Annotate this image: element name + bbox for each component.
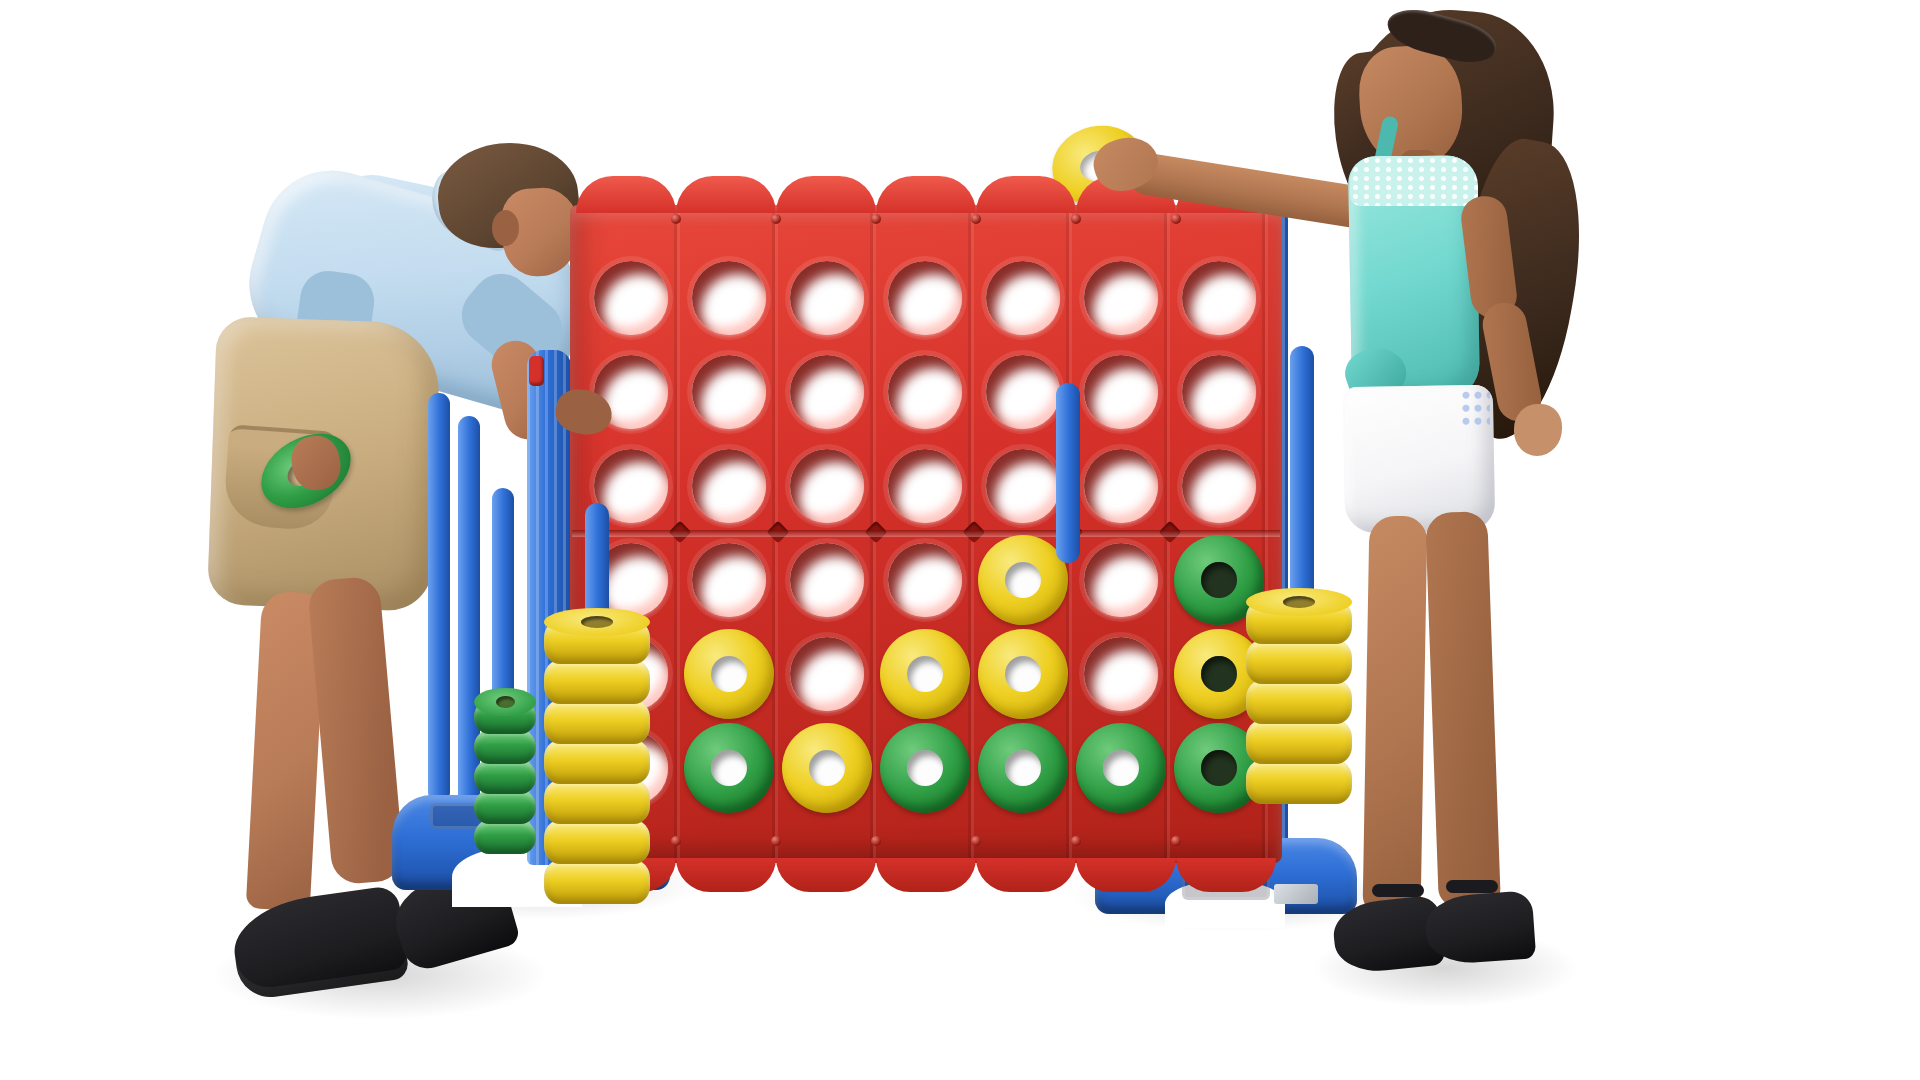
disc-green [684, 723, 774, 813]
cell-r5c1 [582, 627, 680, 721]
boy-held-disc[interactable] [248, 418, 364, 523]
hole [790, 449, 864, 523]
hole [888, 449, 962, 523]
board-scallop-top [676, 176, 776, 213]
girl-left-leg [1363, 516, 1428, 915]
cell-r5c2 [680, 627, 778, 721]
cell-r1c7 [1170, 251, 1268, 345]
disc-center-hole [711, 750, 747, 786]
disc-green [1174, 535, 1264, 625]
cell-r6c5 [974, 721, 1072, 815]
storage-peg-right [1290, 346, 1314, 608]
hole [888, 543, 962, 617]
boy-shoulder [322, 167, 488, 291]
storage-peg-green-stack [492, 488, 514, 713]
girl-shorts-pattern [1460, 390, 1490, 430]
screw-hole [1171, 836, 1181, 846]
girl-neck [1400, 150, 1438, 194]
board-scallop-top [876, 176, 976, 213]
scene: Two children play a giant Connect Four s… [0, 0, 1920, 1080]
cell-r3c7 [1170, 439, 1268, 533]
disc-yellow [978, 629, 1068, 719]
hole [692, 261, 766, 335]
disc-yellow [782, 723, 872, 813]
board-scallop-bottom [976, 858, 1076, 892]
hole [1182, 261, 1256, 335]
embossed-logo [430, 803, 492, 829]
board-scallop-top [1076, 176, 1176, 213]
hole [888, 261, 962, 335]
board-scallop-bottom [876, 858, 976, 892]
cell-r4c7 [1170, 533, 1268, 627]
screw-hole [771, 214, 781, 224]
cell-r6c4 [876, 721, 974, 815]
screw-hole [671, 214, 681, 224]
board-grid [582, 251, 1268, 815]
disc-center-hole [1005, 750, 1041, 786]
cell-r2c7 [1170, 345, 1268, 439]
boy-left-sleeve [292, 267, 378, 364]
hole [790, 261, 864, 335]
hole [888, 355, 962, 429]
girl-ankle-strap [1446, 880, 1498, 893]
girl-headband [1383, 2, 1502, 70]
disc-center-hole [1005, 656, 1041, 692]
hole [594, 637, 668, 711]
hole [790, 637, 864, 711]
cell-r5c4 [876, 627, 974, 721]
cell-r3c6 [1072, 439, 1170, 533]
board-scallop-bottom [776, 858, 876, 892]
girl-hair-front [1325, 48, 1422, 227]
cell-r3c2 [680, 439, 778, 533]
disc-center-hole [1103, 750, 1139, 786]
cell-r6c2 [680, 721, 778, 815]
disc-yellow [978, 535, 1068, 625]
cell-r2c3 [778, 345, 876, 439]
disc-center-hole [282, 450, 330, 493]
disc-green [880, 723, 970, 813]
hole [986, 355, 1060, 429]
cell-r6c1 [582, 721, 680, 815]
disc-yellow [684, 629, 774, 719]
cell-r5c7 [1170, 627, 1268, 721]
shadow [1310, 928, 1580, 1008]
girl-hair-side [1437, 133, 1599, 448]
girl-right-forearm [1479, 299, 1545, 425]
disc-center-hole [907, 750, 943, 786]
hole [594, 261, 668, 335]
girl-strap [1373, 115, 1400, 171]
cell-r1c1 [582, 251, 680, 345]
screw-hole [871, 836, 881, 846]
storage-peg-back-left-2 [458, 416, 480, 812]
hole [986, 261, 1060, 335]
storage-peg-front-right [1056, 383, 1080, 563]
disc-center-hole [1005, 562, 1041, 598]
cell-r1c6 [1072, 251, 1170, 345]
girl-hair-back [1333, 3, 1560, 272]
hole [692, 355, 766, 429]
hole [1182, 449, 1256, 523]
girl-top-knot [1339, 339, 1413, 408]
disc-center-hole [711, 656, 747, 692]
label-plate [1274, 884, 1318, 904]
storage-peg-back-left-1 [428, 393, 450, 803]
boy-ear [492, 210, 519, 246]
hole [790, 355, 864, 429]
disc-green [1174, 723, 1264, 813]
board-scallop-top [776, 176, 876, 213]
boy-front-leg [246, 591, 327, 912]
cell-r6c7 [1170, 721, 1268, 815]
girl-tank-top [1348, 155, 1480, 401]
hole [1084, 355, 1158, 429]
hole [986, 449, 1060, 523]
hole [594, 731, 668, 805]
cell-r2c4 [876, 345, 974, 439]
screw-hole [971, 214, 981, 224]
hole [1084, 637, 1158, 711]
cell-r5c3 [778, 627, 876, 721]
hole [1084, 449, 1158, 523]
girl-right-arm-upper [1459, 194, 1520, 321]
disc-center-hole [1201, 750, 1237, 786]
boy-cargo-pocket [223, 424, 338, 531]
cell-r2c2 [680, 345, 778, 439]
disc-center-hole [1201, 562, 1237, 598]
boy-hair [433, 136, 583, 254]
screw-hole [971, 836, 981, 846]
screw-hole [1071, 214, 1081, 224]
cell-r4c4 [876, 533, 974, 627]
girl-shorts [1343, 385, 1496, 534]
disc-green [1076, 723, 1166, 813]
cell-r4c3 [778, 533, 876, 627]
disc-center-hole [1201, 656, 1237, 692]
cell-r6c6 [1072, 721, 1170, 815]
hole [1084, 543, 1158, 617]
cell-r5c5 [974, 627, 1072, 721]
hole [692, 543, 766, 617]
screw-hole [871, 214, 881, 224]
disc-yellow [880, 629, 970, 719]
cell-r2c6 [1072, 345, 1170, 439]
boy-shorts [207, 316, 441, 612]
screw-hole [671, 836, 681, 846]
girl-right-hand [1514, 404, 1562, 456]
boy-collar [420, 165, 528, 255]
hole [1182, 355, 1256, 429]
hole [790, 543, 864, 617]
storage-peg-yellow-stack [585, 503, 609, 628]
disc-green [978, 723, 1068, 813]
cell-r3c4 [876, 439, 974, 533]
cell-r1c3 [778, 251, 876, 345]
spring-clip-left [529, 356, 544, 386]
girl-lace-trim [1350, 156, 1478, 206]
cell-r3c3 [778, 439, 876, 533]
disc-center-hole [809, 750, 845, 786]
screw-hole [1071, 836, 1081, 846]
boy-back-leg [307, 575, 405, 885]
cell-r1c4 [876, 251, 974, 345]
cell-r6c3 [778, 721, 876, 815]
cell-r1c5 [974, 251, 1072, 345]
shadow [210, 930, 550, 1020]
cell-r5c6 [1072, 627, 1170, 721]
screw-hole [771, 836, 781, 846]
screw-hole [1171, 214, 1181, 224]
board-scallop-top [1176, 176, 1276, 213]
hole [692, 449, 766, 523]
cell-r4c6 [1072, 533, 1170, 627]
cell-r1c2 [680, 251, 778, 345]
hole [1084, 261, 1158, 335]
girl-right-leg [1425, 511, 1501, 907]
disc-center-hole [907, 656, 943, 692]
cell-r4c2 [680, 533, 778, 627]
boy-left-forearm [290, 340, 349, 453]
board-scallop-top [576, 176, 676, 213]
boy-left-hand [288, 432, 345, 494]
girl-face [1357, 43, 1465, 170]
disc-yellow [1174, 629, 1264, 719]
